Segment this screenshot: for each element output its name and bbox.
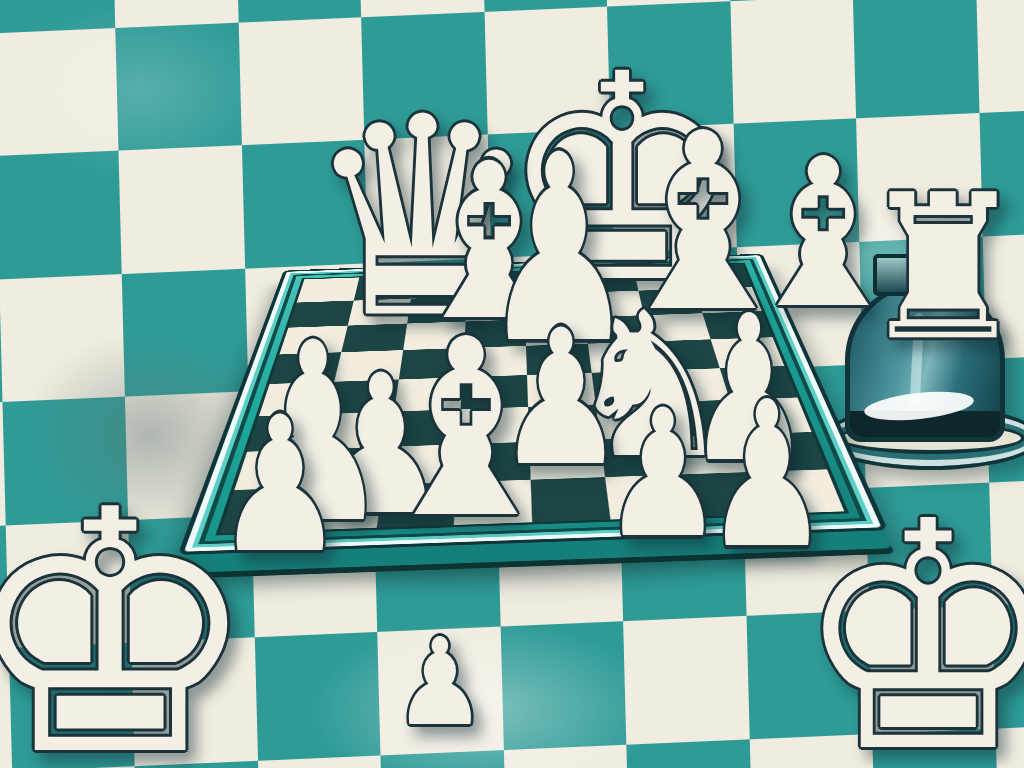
pieces-layer: ♛♝♟♚♝♝♜♟♟♟♝♟♞♟♟♟♚♚♟ xyxy=(0,0,1024,768)
bishop-glyph: ♝ xyxy=(602,101,804,346)
pawn-glyph: ♟ xyxy=(314,350,447,543)
piece-pawn-off-board-bottom-center: ♟ xyxy=(388,627,491,742)
pawn-glyph: ♟ xyxy=(236,310,390,557)
rook-glyph: ♜ xyxy=(858,168,1024,368)
bishop-glyph: ♝ xyxy=(367,307,565,552)
pawn-glyph: ♟ xyxy=(394,622,487,743)
piece-pawn-g1: ♟ xyxy=(689,398,846,573)
piece-rook-off-board-right: ♜ xyxy=(853,168,1024,368)
king-glyph: ♚ xyxy=(794,481,1024,768)
piece-pawn-a1: ♟ xyxy=(204,406,356,576)
piece-pawn-g3: ♟ xyxy=(671,312,828,487)
bishop-glyph: ♝ xyxy=(402,135,577,350)
chess-illustration-scene: ♛♝♟♚♝♝♜♟♟♟♝♟♞♟♟♟♚♚♟ xyxy=(0,0,1024,768)
queen-glyph: ♛ xyxy=(305,82,539,357)
piece-bishop-off-board-right: ♝ xyxy=(731,132,915,337)
piece-pawn-e8: ♟ xyxy=(463,157,656,372)
piece-bishop-d2: ♝ xyxy=(356,307,576,552)
piece-bishop-h8: ♝ xyxy=(593,101,813,346)
pawn-glyph: ♟ xyxy=(686,289,812,490)
piece-king-off-board-bottom-left: ♚ xyxy=(0,467,260,768)
piece-king-off-board-bottom-right: ♚ xyxy=(787,481,1024,768)
piece-queen-c8: ♛ xyxy=(299,82,546,357)
king-glyph: ♚ xyxy=(501,37,744,322)
pawn-glyph: ♟ xyxy=(482,121,636,379)
pawn-glyph: ♟ xyxy=(496,304,626,491)
piece-pawn-e3: ♟ xyxy=(485,319,637,489)
piece-pawn-b2: ♟ xyxy=(217,337,410,552)
piece-bishop-d8: ♝ xyxy=(397,144,581,349)
piece-pawn-f1: ♟ xyxy=(591,400,734,560)
pawn-glyph: ♟ xyxy=(704,375,830,576)
king-glyph: ♚ xyxy=(0,467,260,768)
pawn-glyph: ♟ xyxy=(602,387,724,563)
pawn-glyph: ♟ xyxy=(215,391,345,578)
piece-pawn-c2: ♟ xyxy=(303,365,460,540)
knight-glyph: ♞ xyxy=(565,286,735,486)
piece-king-f8: ♚ xyxy=(494,37,750,322)
bishop-glyph: ♝ xyxy=(736,132,911,337)
piece-knight-f4: ♞ xyxy=(560,286,739,486)
